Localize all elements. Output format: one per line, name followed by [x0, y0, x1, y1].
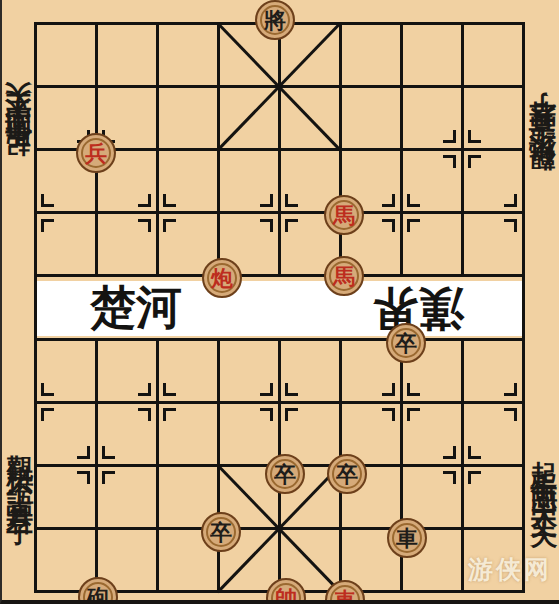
xiangqi-board: 起手無回大丈夫 觀棋不語真君子 觀棋不語真君子 起手無回大丈夫 楚河 漢界 將兵…: [0, 0, 559, 604]
overlay: 游侠网: [2, 0, 559, 600]
watermark: 游侠网: [468, 553, 552, 586]
